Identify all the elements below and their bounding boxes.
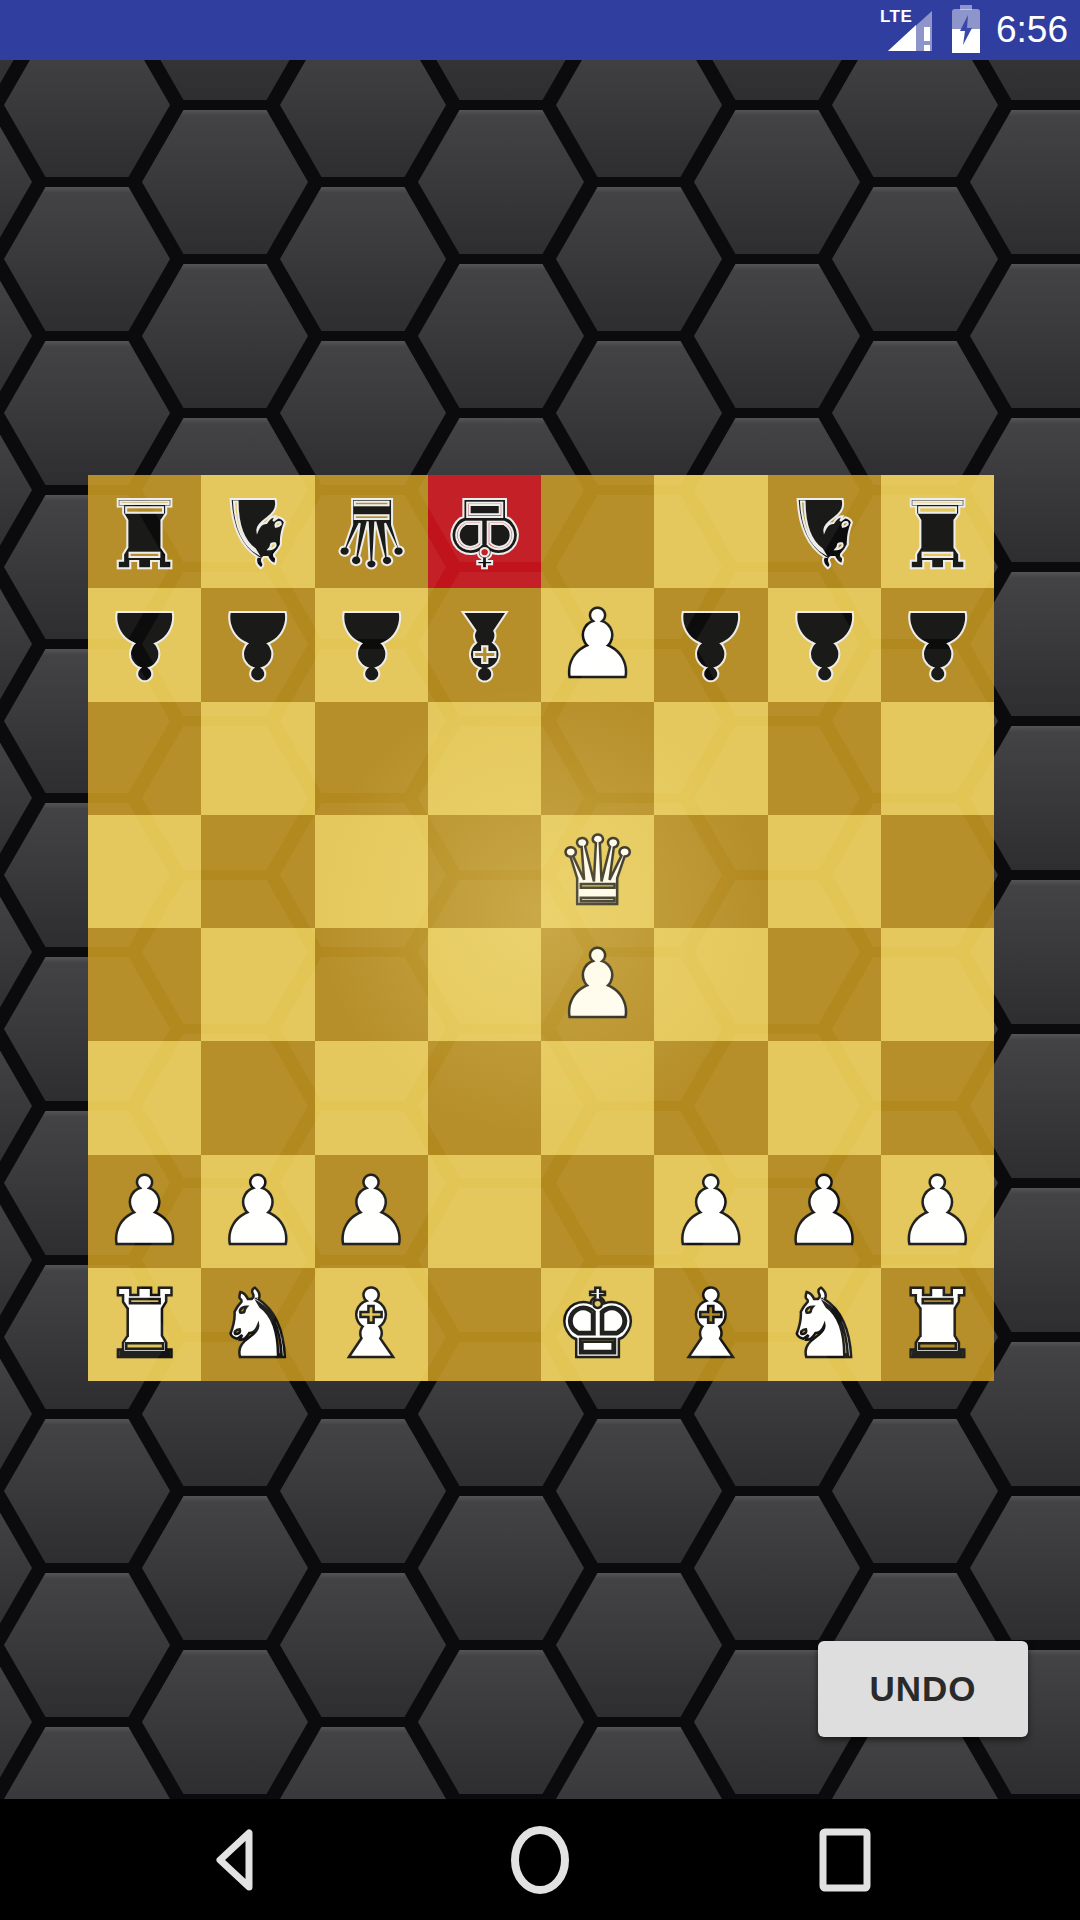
hexagon-tile (970, 1496, 1080, 1640)
hexagon-tile (142, 1650, 308, 1794)
square-a8[interactable]: ♜ (88, 475, 201, 588)
hexagon-tile (832, 341, 998, 485)
square-f7[interactable]: ♟ (654, 588, 767, 701)
square-h1[interactable]: ♜ (881, 1268, 994, 1381)
white-pawn-piece: ♟ (102, 1164, 187, 1259)
square-c5[interactable] (315, 815, 428, 928)
square-c6[interactable] (315, 702, 428, 815)
square-a7[interactable]: ♟ (88, 588, 201, 701)
battery-charging-icon (950, 3, 982, 57)
square-g7[interactable]: ♟ (768, 588, 881, 701)
black-bishop-piece: ♝ (442, 597, 527, 692)
hexagon-tile (142, 110, 308, 254)
square-e6[interactable] (541, 702, 654, 815)
square-d5[interactable] (428, 815, 541, 928)
square-a1[interactable]: ♜ (88, 1268, 201, 1381)
hexagon-tile (556, 1573, 722, 1717)
square-h6[interactable] (881, 702, 994, 815)
square-d3[interactable] (428, 1041, 541, 1154)
back-icon[interactable] (205, 1825, 275, 1895)
hexagon-tile (280, 187, 446, 331)
phone-screen: LTE 6:56 ♜♞♛♚♞♜♟♟♟♝♟♟♟♟♛♟♟♟♟♟♟♟♜♞♝♚♝♞♜ U… (0, 0, 1080, 1920)
hexagon-tile (418, 110, 584, 254)
recents-icon[interactable] (810, 1825, 880, 1895)
square-c1[interactable]: ♝ (315, 1268, 428, 1381)
hexagon-tile (4, 187, 170, 331)
white-pawn-piece: ♟ (555, 937, 640, 1032)
hexagon-tile (4, 1573, 170, 1717)
black-knight-piece: ♞ (782, 484, 867, 579)
square-a2[interactable]: ♟ (88, 1155, 201, 1268)
black-knight-piece: ♞ (215, 484, 300, 579)
square-a6[interactable] (88, 702, 201, 815)
undo-button[interactable]: UNDO (818, 1641, 1028, 1737)
square-e1[interactable]: ♚ (541, 1268, 654, 1381)
square-c8[interactable]: ♛ (315, 475, 428, 588)
status-bar: LTE 6:56 (0, 0, 1080, 60)
hexagon-tile (4, 341, 170, 485)
square-e8[interactable] (541, 475, 654, 588)
square-a3[interactable] (88, 1041, 201, 1154)
square-b6[interactable] (201, 702, 314, 815)
carrier-label: LTE (880, 7, 912, 27)
square-e7[interactable]: ♟ (541, 588, 654, 701)
square-f8[interactable] (654, 475, 767, 588)
square-g3[interactable] (768, 1041, 881, 1154)
clock: 6:56 (996, 9, 1068, 51)
square-f3[interactable] (654, 1041, 767, 1154)
black-king-piece: ♚ (442, 484, 527, 579)
square-h4[interactable] (881, 928, 994, 1041)
square-d4[interactable] (428, 928, 541, 1041)
black-pawn-piece: ♟ (895, 597, 980, 692)
hexagon-tile (280, 1573, 446, 1717)
white-queen-piece: ♛ (555, 824, 640, 919)
square-b5[interactable] (201, 815, 314, 928)
white-bishop-piece: ♝ (668, 1277, 753, 1372)
white-pawn-piece: ♟ (895, 1164, 980, 1259)
white-king-piece: ♚ (555, 1277, 640, 1372)
hexagon-tile (556, 1419, 722, 1563)
square-e4[interactable]: ♟ (541, 928, 654, 1041)
square-f6[interactable] (654, 702, 767, 815)
black-pawn-piece: ♟ (668, 597, 753, 692)
black-pawn-piece: ♟ (329, 597, 414, 692)
square-e2[interactable] (541, 1155, 654, 1268)
square-a4[interactable] (88, 928, 201, 1041)
hexagon-tile (832, 1419, 998, 1563)
white-pawn-piece: ♟ (668, 1164, 753, 1259)
square-h2[interactable]: ♟ (881, 1155, 994, 1268)
hexagon-tile (832, 187, 998, 331)
hexagon-tile (4, 1419, 170, 1563)
square-b8[interactable]: ♞ (201, 475, 314, 588)
square-d7[interactable]: ♝ (428, 588, 541, 701)
hexagon-tile (970, 110, 1080, 254)
square-h8[interactable]: ♜ (881, 475, 994, 588)
hexagon-tile (694, 1496, 860, 1640)
chess-board[interactable]: ♜♞♛♚♞♜♟♟♟♝♟♟♟♟♛♟♟♟♟♟♟♟♜♞♝♚♝♞♜ (88, 475, 994, 1381)
hexagon-tile (142, 1496, 308, 1640)
hexagon-tile (418, 1496, 584, 1640)
white-pawn-piece: ♟ (782, 1164, 867, 1259)
black-pawn-piece: ♟ (102, 597, 187, 692)
hexagon-tile (142, 264, 308, 408)
signal-strength-alert-icon: LTE (880, 5, 936, 55)
square-b2[interactable]: ♟ (201, 1155, 314, 1268)
square-f2[interactable]: ♟ (654, 1155, 767, 1268)
square-c4[interactable] (315, 928, 428, 1041)
hexagon-tile (556, 187, 722, 331)
square-d8[interactable]: ♚ (428, 475, 541, 588)
hexagon-tile (280, 1419, 446, 1563)
square-g4[interactable] (768, 928, 881, 1041)
white-pawn-piece: ♟ (215, 1164, 300, 1259)
white-knight-piece: ♞ (215, 1277, 300, 1372)
hexagon-tile (694, 110, 860, 254)
square-d2[interactable] (428, 1155, 541, 1268)
square-d6[interactable] (428, 702, 541, 815)
square-f4[interactable] (654, 928, 767, 1041)
white-bishop-piece: ♝ (329, 1277, 414, 1372)
square-c3[interactable] (315, 1041, 428, 1154)
square-b1[interactable]: ♞ (201, 1268, 314, 1381)
navigation-bar (0, 1799, 1080, 1920)
black-pawn-piece: ♟ (782, 597, 867, 692)
white-rook-piece: ♜ (895, 1277, 980, 1372)
square-h5[interactable] (881, 815, 994, 928)
square-b3[interactable] (201, 1041, 314, 1154)
square-e3[interactable] (541, 1041, 654, 1154)
hexagon-tile (694, 264, 860, 408)
hexagon-tile (970, 264, 1080, 408)
square-c7[interactable]: ♟ (315, 588, 428, 701)
black-pawn-piece: ♟ (215, 597, 300, 692)
square-e5[interactable]: ♛ (541, 815, 654, 928)
square-g8[interactable]: ♞ (768, 475, 881, 588)
square-g1[interactable]: ♞ (768, 1268, 881, 1381)
home-icon[interactable] (505, 1825, 575, 1895)
white-pawn-piece: ♟ (555, 597, 640, 692)
square-f5[interactable] (654, 815, 767, 928)
square-g2[interactable]: ♟ (768, 1155, 881, 1268)
hexagon-tile (280, 341, 446, 485)
square-f1[interactable]: ♝ (654, 1268, 767, 1381)
black-queen-piece: ♛ (329, 484, 414, 579)
black-rook-piece: ♜ (895, 484, 980, 579)
white-rook-piece: ♜ (102, 1277, 187, 1372)
square-b4[interactable] (201, 928, 314, 1041)
black-rook-piece: ♜ (102, 484, 187, 579)
white-knight-piece: ♞ (782, 1277, 867, 1372)
white-pawn-piece: ♟ (329, 1164, 414, 1259)
hexagon-tile (556, 341, 722, 485)
square-a5[interactable] (88, 815, 201, 928)
square-h7[interactable]: ♟ (881, 588, 994, 701)
square-c2[interactable]: ♟ (315, 1155, 428, 1268)
board-squares: ♜♞♛♚♞♜♟♟♟♝♟♟♟♟♛♟♟♟♟♟♟♟♜♞♝♚♝♞♜ (88, 475, 994, 1381)
hexagon-tile (418, 1650, 584, 1794)
square-g5[interactable] (768, 815, 881, 928)
square-b7[interactable]: ♟ (201, 588, 314, 701)
square-d1[interactable] (428, 1268, 541, 1381)
hexagon-tile (418, 264, 584, 408)
square-g6[interactable] (768, 702, 881, 815)
square-h3[interactable] (881, 1041, 994, 1154)
